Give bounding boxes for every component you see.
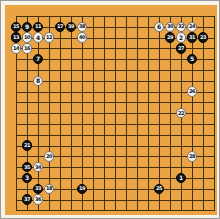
stone-black-11: 11 [33, 22, 44, 33]
stone-black-33: 33 [33, 184, 44, 195]
stone-white-26: 26 [187, 86, 198, 97]
grid-vline [137, 16, 138, 211]
go-board[interactable]: 1234567891011121314151617181920212223242… [5, 5, 217, 215]
grid-vline [214, 16, 215, 211]
grid-vline [203, 16, 204, 211]
grid-hline [16, 167, 215, 168]
stone-black-23: 23 [198, 32, 209, 43]
stone-black-17: 17 [55, 22, 66, 33]
stone-black-3: 3 [22, 173, 33, 184]
stone-white-12: 12 [44, 32, 55, 43]
stone-black-13: 13 [11, 32, 22, 43]
stone-black-21: 21 [22, 140, 33, 151]
stone-black-7: 7 [33, 54, 44, 65]
grid-vline [148, 16, 149, 211]
grid-vline [126, 16, 127, 211]
grid-hline [16, 200, 215, 201]
stone-black-31: 31 [187, 32, 198, 43]
stone-white-22: 22 [176, 108, 187, 119]
stone-white-36: 36 [33, 194, 44, 205]
stone-black-19: 19 [77, 184, 88, 195]
stone-black-37: 37 [22, 194, 33, 205]
stone-black-5: 5 [187, 54, 198, 65]
grid-vline [192, 16, 193, 211]
stone-white-40: 40 [77, 32, 88, 43]
stone-white-8: 8 [33, 76, 44, 87]
stone-black-15: 15 [11, 22, 22, 33]
stone-black-27: 27 [176, 43, 187, 54]
stone-black-39: 39 [66, 22, 77, 33]
stone-white-38: 38 [77, 22, 88, 33]
stone-white-30: 30 [165, 22, 176, 33]
stone-white-18: 18 [44, 184, 55, 195]
stone-white-24: 24 [187, 22, 198, 33]
diagram-frame: 1234567891011121314151617181920212223242… [0, 0, 220, 219]
stone-white-20: 20 [44, 151, 55, 162]
stone-black-29: 29 [165, 32, 176, 43]
stone-white-2: 2 [176, 32, 187, 43]
stone-black-9: 9 [22, 22, 33, 33]
grid-hline [16, 135, 215, 136]
stone-white-14: 14 [11, 43, 22, 54]
grid-vline [159, 16, 160, 211]
stone-white-32: 32 [176, 22, 187, 33]
grid-hline [16, 210, 215, 211]
stone-black-25: 25 [154, 184, 165, 195]
stone-black-1: 1 [176, 173, 187, 184]
stone-white-28: 28 [187, 151, 198, 162]
stone-white-4: 4 [33, 32, 44, 43]
stone-white-10: 10 [22, 32, 33, 43]
stone-white-34: 34 [33, 162, 44, 173]
stone-white-6: 6 [154, 22, 165, 33]
grid-hline [16, 146, 215, 147]
stone-white-16: 16 [22, 43, 33, 54]
grid-vline [170, 16, 171, 211]
grid-hline [16, 124, 215, 125]
stone-black-35: 35 [22, 162, 33, 173]
